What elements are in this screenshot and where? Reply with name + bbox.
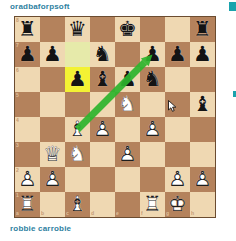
- piece-outline: ♙: [15, 167, 40, 192]
- black-P-piece-h7[interactable]: ♟: [190, 42, 215, 67]
- square-c5[interactable]: [65, 92, 90, 117]
- square-d2[interactable]: [90, 167, 115, 192]
- square-b5[interactable]: [40, 92, 65, 117]
- square-f8[interactable]: [140, 17, 165, 42]
- square-e8[interactable]: ♚: [115, 17, 140, 42]
- white-P-piece-f4[interactable]: ♟♙: [140, 117, 165, 142]
- square-f3[interactable]: [140, 142, 165, 167]
- square-c4[interactable]: ♝♗: [65, 117, 90, 142]
- piece-outline: ♘: [65, 142, 90, 167]
- piece-outline: ♔: [165, 192, 190, 217]
- square-g3[interactable]: [165, 142, 190, 167]
- piece-outline: ♙: [90, 117, 115, 142]
- piece-outline: ♖: [140, 192, 165, 217]
- square-b4[interactable]: [40, 117, 65, 142]
- square-b2[interactable]: ♟♙: [40, 167, 65, 192]
- white-P-piece-b2[interactable]: ♟♙: [40, 167, 65, 192]
- square-b6[interactable]: [40, 67, 65, 92]
- square-a4[interactable]: 4: [15, 117, 40, 142]
- square-e1[interactable]: e: [115, 192, 140, 217]
- white-K-piece-g1[interactable]: ♚♔: [165, 192, 190, 217]
- square-h7[interactable]: ♟: [190, 42, 215, 67]
- chess-board[interactable]: 8♜♛♚♜7♟♟♞♟♟♟6♟♝♟♞5♞♘♝4♝♗♟♙♟♙3♛♕♞♘♟♙2♟♙♟♙…: [14, 16, 216, 218]
- square-a2[interactable]: 2♟♙: [15, 167, 40, 192]
- square-h3[interactable]: [190, 142, 215, 167]
- white-P-piece-h2[interactable]: ♟♙: [190, 167, 215, 192]
- white-Q-piece-b3[interactable]: ♛♕: [40, 142, 65, 167]
- square-h4[interactable]: [190, 117, 215, 142]
- file-label: h: [191, 211, 194, 216]
- black-P-piece-g7[interactable]: ♟: [165, 42, 190, 67]
- square-c3[interactable]: ♞♘: [65, 142, 90, 167]
- square-f7[interactable]: ♟: [140, 42, 165, 67]
- square-e3[interactable]: ♟♙: [115, 142, 140, 167]
- white-P-piece-g2[interactable]: ♟♙: [165, 167, 190, 192]
- piece-outline: ♗: [65, 117, 90, 142]
- square-g4[interactable]: [165, 117, 190, 142]
- piece-outline: ♗: [65, 192, 90, 217]
- square-b8[interactable]: [40, 17, 65, 42]
- square-g5[interactable]: [165, 92, 190, 117]
- white-B-piece-c4[interactable]: ♝♗: [65, 117, 90, 142]
- square-d1[interactable]: d: [90, 192, 115, 217]
- black-P-piece-e6[interactable]: ♟: [115, 67, 140, 92]
- black-B-piece-h5[interactable]: ♝: [190, 92, 215, 117]
- square-h1[interactable]: h: [190, 192, 215, 217]
- black-Q-piece-c8[interactable]: ♛: [65, 17, 90, 42]
- square-g1[interactable]: g♚♔: [165, 192, 190, 217]
- file-label: e: [116, 211, 119, 216]
- square-e4[interactable]: [115, 117, 140, 142]
- piece-outline: ♙: [40, 167, 65, 192]
- square-d5[interactable]: [90, 92, 115, 117]
- square-h2[interactable]: ♟♙: [190, 167, 215, 192]
- black-N-piece-f6[interactable]: ♞: [140, 67, 165, 92]
- rank-label: 6: [16, 68, 19, 73]
- file-label: d: [91, 211, 94, 216]
- black-K-piece-e8[interactable]: ♚: [115, 17, 140, 42]
- square-d3[interactable]: [90, 142, 115, 167]
- square-g6[interactable]: [165, 67, 190, 92]
- white-N-piece-e5[interactable]: ♞♘: [115, 92, 140, 117]
- square-e7[interactable]: [115, 42, 140, 67]
- square-a8[interactable]: 8♜: [15, 17, 40, 42]
- black-N-piece-d7[interactable]: ♞: [90, 42, 115, 67]
- piece-outline: ♙: [165, 167, 190, 192]
- square-g7[interactable]: ♟: [165, 42, 190, 67]
- black-R-piece-a8[interactable]: ♜: [15, 17, 40, 42]
- white-B-piece-c1[interactable]: ♝♗: [65, 192, 90, 217]
- window-fragment-right: [233, 91, 236, 97]
- square-c2[interactable]: [65, 167, 90, 192]
- black-P-piece-c6[interactable]: ♟: [65, 67, 90, 92]
- square-g2[interactable]: ♟♙: [165, 167, 190, 192]
- black-B-piece-d6[interactable]: ♝: [90, 67, 115, 92]
- piece-outline: ♘: [115, 92, 140, 117]
- square-b1[interactable]: b: [40, 192, 65, 217]
- black-R-piece-h8[interactable]: ♜: [190, 17, 215, 42]
- piece-outline: ♙: [190, 167, 215, 192]
- square-f5[interactable]: [140, 92, 165, 117]
- square-g8[interactable]: [165, 17, 190, 42]
- square-c6[interactable]: ♟: [65, 67, 90, 92]
- black-P-piece-b7[interactable]: ♟: [40, 42, 65, 67]
- square-c1[interactable]: c♝♗: [65, 192, 90, 217]
- white-P-piece-d4[interactable]: ♟♙: [90, 117, 115, 142]
- rank-label: 5: [16, 93, 19, 98]
- white-P-piece-a2[interactable]: ♟♙: [15, 167, 40, 192]
- rank-label: 4: [16, 118, 19, 123]
- square-d4[interactable]: ♟♙: [90, 117, 115, 142]
- square-h8[interactable]: ♜: [190, 17, 215, 42]
- square-h5[interactable]: ♝: [190, 92, 215, 117]
- square-a3[interactable]: 3: [15, 142, 40, 167]
- square-b3[interactable]: ♛♕: [40, 142, 65, 167]
- white-R-piece-a1[interactable]: ♜♖: [15, 192, 40, 217]
- square-f2[interactable]: [140, 167, 165, 192]
- black-P-piece-a7[interactable]: ♟: [15, 42, 40, 67]
- square-a7[interactable]: 7♟: [15, 42, 40, 67]
- square-c8[interactable]: ♛: [65, 17, 90, 42]
- square-a6[interactable]: 6: [15, 67, 40, 92]
- square-a1[interactable]: 1a♜♖: [15, 192, 40, 217]
- square-f6[interactable]: ♞: [140, 67, 165, 92]
- piece-outline: ♙: [115, 142, 140, 167]
- window-fragment-top-right: [229, 2, 236, 11]
- piece-outline: ♕: [40, 142, 65, 167]
- square-c7[interactable]: [65, 42, 90, 67]
- square-h6[interactable]: [190, 67, 215, 92]
- white-N-piece-c3[interactable]: ♞♘: [65, 142, 90, 167]
- rank-label: 3: [16, 143, 19, 148]
- white-P-piece-e3[interactable]: ♟♙: [115, 142, 140, 167]
- square-e5[interactable]: ♞♘: [115, 92, 140, 117]
- white-R-piece-f1[interactable]: ♜♖: [140, 192, 165, 217]
- square-e6[interactable]: ♟: [115, 67, 140, 92]
- square-a5[interactable]: 5: [15, 92, 40, 117]
- player-name-bottom: robbie carrobie: [10, 224, 71, 233]
- square-f1[interactable]: f♜♖: [140, 192, 165, 217]
- square-d7[interactable]: ♞: [90, 42, 115, 67]
- piece-outline: ♖: [15, 192, 40, 217]
- square-e2[interactable]: [115, 167, 140, 192]
- black-P-piece-f7[interactable]: ♟: [140, 42, 165, 67]
- square-b7[interactable]: ♟: [40, 42, 65, 67]
- player-name-top: oradbaforpsoft: [10, 2, 70, 11]
- square-f4[interactable]: ♟♙: [140, 117, 165, 142]
- piece-outline: ♙: [140, 117, 165, 142]
- square-d8[interactable]: [90, 17, 115, 42]
- square-d6[interactable]: ♝: [90, 67, 115, 92]
- file-label: b: [41, 211, 44, 216]
